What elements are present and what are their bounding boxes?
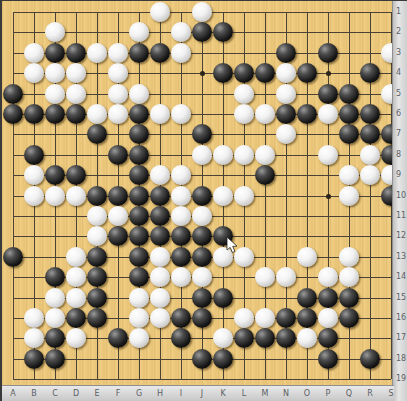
white-stone <box>150 288 170 308</box>
white-stone <box>108 63 128 83</box>
black-stone <box>108 186 128 206</box>
black-stone <box>234 328 254 348</box>
white-stone <box>66 63 86 83</box>
white-stone <box>129 22 149 42</box>
white-stone <box>255 104 275 124</box>
white-stone <box>66 288 86 308</box>
row-label: 16 <box>396 314 406 322</box>
black-stone <box>66 308 86 328</box>
white-stone <box>129 84 149 104</box>
white-stone <box>276 267 296 287</box>
column-label: C <box>52 390 58 398</box>
white-stone <box>66 328 86 348</box>
white-stone <box>171 267 191 287</box>
black-stone <box>129 165 149 185</box>
white-stone <box>108 206 128 226</box>
black-stone <box>318 288 338 308</box>
white-stone <box>24 165 44 185</box>
black-stone <box>129 267 149 287</box>
white-stone <box>150 2 170 22</box>
black-stone <box>192 22 212 42</box>
black-stone <box>24 145 44 165</box>
column-label: N <box>283 390 289 398</box>
white-stone <box>234 84 254 104</box>
column-coordinate-strip: ABCDEFGHIJKLMNOPQRS <box>2 385 394 401</box>
black-stone <box>66 165 86 185</box>
black-stone <box>45 165 65 185</box>
column-label: R <box>367 390 373 398</box>
row-label: 18 <box>396 355 406 363</box>
white-stone <box>66 267 86 287</box>
white-stone <box>171 104 191 124</box>
black-stone <box>150 206 170 226</box>
white-stone <box>171 186 191 206</box>
white-stone <box>339 267 359 287</box>
white-stone <box>150 267 170 287</box>
column-label: J <box>201 390 203 398</box>
black-stone <box>45 328 65 348</box>
black-stone <box>213 63 233 83</box>
white-stone <box>45 186 65 206</box>
white-stone <box>171 22 191 42</box>
white-stone <box>66 84 86 104</box>
black-stone <box>45 267 65 287</box>
column-label: L <box>242 390 246 398</box>
white-stone <box>276 63 296 83</box>
black-stone <box>66 104 86 124</box>
row-coordinate-strip: 12345678910111213141516171819 <box>392 1 407 401</box>
mouse-cursor-icon <box>226 237 239 254</box>
black-stone <box>255 165 275 185</box>
black-stone <box>276 308 296 328</box>
white-stone <box>192 2 212 22</box>
black-stone <box>276 43 296 63</box>
black-stone <box>24 349 44 369</box>
row-label: 11 <box>396 212 406 220</box>
white-stone <box>171 43 191 63</box>
column-label: G <box>136 390 142 398</box>
white-stone <box>213 186 233 206</box>
row-label: 17 <box>396 334 406 342</box>
row-label: 3 <box>396 49 401 57</box>
white-stone <box>213 328 233 348</box>
white-stone <box>234 145 254 165</box>
white-stone <box>66 186 86 206</box>
black-stone <box>192 349 212 369</box>
white-stone <box>87 104 107 124</box>
black-stone <box>150 43 170 63</box>
black-stone <box>255 63 275 83</box>
black-stone <box>87 124 107 144</box>
white-stone <box>318 308 338 328</box>
row-label: 9 <box>396 171 401 179</box>
column-label: D <box>73 390 79 398</box>
column-label: P <box>326 390 331 398</box>
white-stone <box>24 328 44 348</box>
white-stone <box>339 247 359 267</box>
hoshi-star-point <box>326 194 331 199</box>
black-stone <box>213 349 233 369</box>
grid-line <box>13 379 391 380</box>
white-stone <box>192 267 212 287</box>
black-stone <box>87 247 107 267</box>
black-stone <box>150 226 170 246</box>
black-stone <box>129 206 149 226</box>
black-stone <box>318 349 338 369</box>
white-stone <box>318 104 338 124</box>
hoshi-star-point <box>200 71 205 76</box>
black-stone <box>3 104 23 124</box>
white-stone <box>87 226 107 246</box>
row-label: 1 <box>396 8 401 16</box>
black-stone <box>171 226 191 246</box>
black-stone <box>150 186 170 206</box>
black-stone <box>297 104 317 124</box>
white-stone <box>276 84 296 104</box>
white-stone <box>339 165 359 185</box>
white-stone <box>297 247 317 267</box>
column-label: M <box>262 390 269 398</box>
white-stone <box>150 247 170 267</box>
white-stone <box>24 43 44 63</box>
white-stone <box>318 267 338 287</box>
black-stone <box>3 247 23 267</box>
white-stone <box>150 104 170 124</box>
white-stone <box>234 186 254 206</box>
white-stone <box>66 247 86 267</box>
go-board[interactable] <box>2 1 394 386</box>
white-stone <box>45 84 65 104</box>
black-stone <box>213 22 233 42</box>
black-stone <box>45 349 65 369</box>
column-label: K <box>220 390 225 398</box>
white-stone <box>45 308 65 328</box>
black-stone <box>171 308 191 328</box>
white-stone <box>45 63 65 83</box>
black-stone <box>339 288 359 308</box>
row-label: 19 <box>396 375 406 383</box>
row-label: 15 <box>396 294 406 302</box>
column-label: S <box>388 390 393 398</box>
black-stone <box>297 63 317 83</box>
black-stone <box>255 328 275 348</box>
row-label: 13 <box>396 253 406 261</box>
black-stone <box>129 247 149 267</box>
row-label: 6 <box>396 110 401 118</box>
column-label: F <box>116 390 121 398</box>
black-stone <box>360 124 380 144</box>
black-stone <box>192 308 212 328</box>
black-stone <box>318 84 338 104</box>
black-stone <box>339 104 359 124</box>
black-stone <box>129 226 149 246</box>
black-stone <box>192 226 212 246</box>
black-stone <box>24 104 44 124</box>
black-stone <box>339 124 359 144</box>
white-stone <box>276 124 296 144</box>
black-stone <box>213 288 233 308</box>
row-label: 4 <box>396 69 401 77</box>
black-stone <box>108 145 128 165</box>
white-stone <box>108 84 128 104</box>
white-stone <box>234 308 254 328</box>
black-stone <box>276 104 296 124</box>
row-label: 14 <box>396 273 406 281</box>
white-stone <box>297 328 317 348</box>
black-stone <box>171 247 191 267</box>
white-stone <box>45 288 65 308</box>
white-stone <box>108 104 128 124</box>
black-stone <box>87 267 107 287</box>
go-app-window: 12345678910111213141516171819 ABCDEFGHIJ… <box>0 0 407 401</box>
white-stone <box>360 165 380 185</box>
white-stone <box>129 328 149 348</box>
white-stone <box>129 308 149 328</box>
column-label: O <box>304 390 310 398</box>
black-stone <box>318 328 338 348</box>
black-stone <box>360 63 380 83</box>
row-label: 10 <box>396 192 406 200</box>
column-label: I <box>180 390 182 398</box>
black-stone <box>192 124 212 144</box>
column-label: B <box>31 390 37 398</box>
row-label: 5 <box>396 90 401 98</box>
black-stone <box>234 63 254 83</box>
white-stone <box>318 145 338 165</box>
black-stone <box>339 84 359 104</box>
black-stone <box>66 43 86 63</box>
white-stone <box>171 206 191 226</box>
column-label: H <box>157 390 163 398</box>
white-stone <box>108 43 128 63</box>
white-stone <box>87 206 107 226</box>
white-stone <box>213 145 233 165</box>
white-stone <box>234 104 254 124</box>
black-stone <box>87 308 107 328</box>
white-stone <box>150 165 170 185</box>
row-label: 12 <box>396 232 406 240</box>
black-stone <box>297 288 317 308</box>
white-stone <box>255 145 275 165</box>
row-label: 7 <box>396 130 401 138</box>
white-stone <box>339 186 359 206</box>
black-stone <box>360 104 380 124</box>
white-stone <box>255 308 275 328</box>
black-stone <box>45 43 65 63</box>
black-stone <box>129 104 149 124</box>
black-stone <box>297 308 317 328</box>
white-stone <box>24 186 44 206</box>
black-stone <box>192 186 212 206</box>
white-stone <box>255 267 275 287</box>
black-stone <box>276 328 296 348</box>
black-stone <box>129 145 149 165</box>
black-stone <box>3 84 23 104</box>
black-stone <box>129 43 149 63</box>
row-label: 2 <box>396 28 401 36</box>
black-stone <box>108 226 128 246</box>
black-stone <box>129 124 149 144</box>
black-stone <box>129 186 149 206</box>
black-stone <box>192 247 212 267</box>
black-stone <box>360 349 380 369</box>
white-stone <box>360 145 380 165</box>
white-stone <box>24 308 44 328</box>
column-label: Q <box>346 390 352 398</box>
column-label: E <box>94 390 99 398</box>
white-stone <box>45 22 65 42</box>
white-stone <box>150 308 170 328</box>
hoshi-star-point <box>326 71 331 76</box>
black-stone <box>339 308 359 328</box>
white-stone <box>192 145 212 165</box>
row-label: 8 <box>396 151 401 159</box>
black-stone <box>87 288 107 308</box>
black-stone <box>192 288 212 308</box>
column-label: A <box>10 390 15 398</box>
white-stone <box>129 288 149 308</box>
black-stone <box>171 328 191 348</box>
white-stone <box>24 63 44 83</box>
white-stone <box>171 165 191 185</box>
black-stone <box>318 43 338 63</box>
white-stone <box>192 206 212 226</box>
black-stone <box>45 104 65 124</box>
white-stone <box>87 43 107 63</box>
black-stone <box>87 186 107 206</box>
black-stone <box>108 328 128 348</box>
